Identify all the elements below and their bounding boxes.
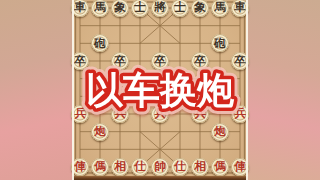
board-point-2-3[interactable] (130, 34, 150, 52)
black-piece[interactable]: 士 (131, 0, 149, 17)
board-point-2-5[interactable] (170, 34, 190, 52)
board-point-7-1[interactable]: 炮 (90, 123, 110, 141)
board-point-0-4[interactable]: 將 (150, 0, 170, 17)
black-piece[interactable]: 馬 (211, 0, 229, 17)
board-point-9-4[interactable]: 帥 (150, 158, 170, 176)
board-point-9-1[interactable]: 傌 (90, 158, 110, 176)
board-point-0-7[interactable]: 馬 (210, 0, 230, 17)
board-point-7-5[interactable] (170, 123, 190, 141)
board-point-1-5[interactable] (170, 17, 190, 34)
board-point-1-2[interactable] (110, 17, 130, 34)
red-piece[interactable]: 炮 (211, 123, 229, 141)
red-piece[interactable]: 傌 (211, 158, 229, 176)
black-piece[interactable]: 象 (191, 0, 209, 17)
board-point-7-4[interactable] (150, 123, 170, 141)
board-point-8-2[interactable] (110, 141, 130, 158)
board-point-2-1[interactable]: 砲 (90, 34, 110, 52)
board-point-9-5[interactable]: 仕 (170, 158, 190, 176)
board-point-8-3[interactable] (130, 141, 150, 158)
black-piece[interactable]: 馬 (91, 0, 109, 17)
board-point-2-4[interactable] (150, 34, 170, 52)
black-piece[interactable]: 砲 (91, 34, 109, 52)
board-point-1-1[interactable] (90, 17, 110, 34)
board-point-0-5[interactable]: 士 (170, 0, 190, 17)
red-piece[interactable]: 仕 (131, 158, 149, 176)
banner-text: 以车换炮 (86, 69, 235, 112)
board-point-9-3[interactable]: 仕 (130, 158, 150, 176)
red-piece[interactable]: 炮 (91, 123, 109, 141)
board-bottom-edge (72, 176, 248, 180)
board-point-9-6[interactable]: 相 (190, 158, 210, 176)
black-piece[interactable]: 象 (111, 0, 129, 17)
board-point-1-7[interactable] (210, 17, 230, 34)
board-point-8-5[interactable] (170, 141, 190, 158)
move-banner: 以车换炮 以车换炮 (0, 60, 320, 124)
board-point-0-3[interactable]: 士 (130, 0, 150, 17)
board-point-1-4[interactable] (150, 17, 170, 34)
board-point-9-7[interactable]: 傌 (210, 158, 230, 176)
board-point-7-2[interactable] (110, 123, 130, 141)
board-point-1-6[interactable] (190, 17, 210, 34)
board-point-7-3[interactable] (130, 123, 150, 141)
board-point-2-2[interactable] (110, 34, 130, 52)
black-piece[interactable]: 砲 (211, 34, 229, 52)
video-frame: 車馬象士將士象馬車砲砲卒卒卒卒卒兵兵兵兵兵炮炮俥傌相仕帥仕相傌俥 以车换炮 以车… (0, 0, 320, 180)
red-piece[interactable]: 仕 (171, 158, 189, 176)
red-piece[interactable]: 相 (191, 158, 209, 176)
black-piece[interactable]: 將 (151, 0, 169, 17)
board-point-0-2[interactable]: 象 (110, 0, 130, 17)
board-point-2-6[interactable] (190, 34, 210, 52)
board-point-8-1[interactable] (90, 141, 110, 158)
board-point-8-7[interactable] (210, 141, 230, 158)
board-point-7-7[interactable]: 炮 (210, 123, 230, 141)
board-point-2-7[interactable]: 砲 (210, 34, 230, 52)
board-point-8-4[interactable] (150, 141, 170, 158)
red-piece[interactable]: 帥 (151, 158, 169, 176)
board-point-8-6[interactable] (190, 141, 210, 158)
board-point-0-6[interactable]: 象 (190, 0, 210, 17)
black-piece[interactable]: 士 (171, 0, 189, 17)
red-piece[interactable]: 傌 (91, 158, 109, 176)
board-point-1-3[interactable] (130, 17, 150, 34)
board-point-0-1[interactable]: 馬 (90, 0, 110, 17)
red-piece[interactable]: 相 (111, 158, 129, 176)
board-point-7-6[interactable] (190, 123, 210, 141)
board-point-9-2[interactable]: 相 (110, 158, 130, 176)
